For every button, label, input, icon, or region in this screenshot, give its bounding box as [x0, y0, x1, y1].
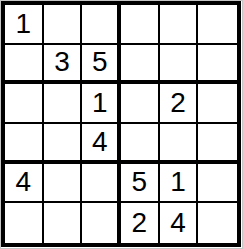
given-digit: 1 [16, 10, 32, 38]
given-digit: 2 [132, 209, 148, 237]
cell-r6c5[interactable]: 4 [160, 203, 199, 243]
cell-r4c5[interactable] [160, 124, 199, 164]
given-digit: 5 [92, 48, 108, 76]
cell-r4c4[interactable] [121, 124, 160, 164]
cell-r2c5[interactable] [160, 45, 199, 85]
cell-r1c1[interactable]: 1 [5, 5, 44, 45]
given-digit: 5 [132, 168, 148, 196]
cell-r1c2[interactable] [44, 5, 83, 45]
cell-r6c6[interactable] [198, 203, 237, 243]
sudoku-page: 13512445124 [0, 0, 243, 249]
given-digit: 4 [16, 168, 32, 196]
cell-r2c4[interactable] [121, 45, 160, 85]
cell-r5c4[interactable]: 5 [121, 164, 160, 204]
cell-r4c1[interactable] [5, 124, 44, 164]
cell-r6c2[interactable] [44, 203, 83, 243]
given-digit: 1 [92, 89, 108, 117]
cell-r5c1[interactable]: 4 [5, 164, 44, 204]
cell-r4c6[interactable] [198, 124, 237, 164]
cell-r6c4[interactable]: 2 [121, 203, 160, 243]
cell-r1c6[interactable] [198, 5, 237, 45]
cell-r4c2[interactable] [44, 124, 83, 164]
cell-r3c1[interactable] [5, 84, 44, 124]
cell-r6c1[interactable] [5, 203, 44, 243]
cell-r5c3[interactable] [82, 164, 121, 204]
cell-r1c3[interactable] [82, 5, 121, 45]
cell-r6c3[interactable] [82, 203, 121, 243]
cell-r5c2[interactable] [44, 164, 83, 204]
cell-r2c2[interactable]: 3 [44, 45, 83, 85]
cell-r2c1[interactable] [5, 45, 44, 85]
given-digit: 2 [170, 89, 186, 117]
given-digit: 3 [54, 48, 70, 76]
cell-r5c6[interactable] [198, 164, 237, 204]
cell-r3c3[interactable]: 1 [82, 84, 121, 124]
cell-r1c4[interactable] [121, 5, 160, 45]
cell-r2c3[interactable]: 5 [82, 45, 121, 85]
cell-r1c5[interactable] [160, 5, 199, 45]
given-digit: 1 [170, 168, 186, 196]
given-digit: 4 [170, 209, 186, 237]
cell-r4c3[interactable]: 4 [82, 124, 121, 164]
cell-r3c5[interactable]: 2 [160, 84, 199, 124]
cell-r3c2[interactable] [44, 84, 83, 124]
cell-r3c4[interactable] [121, 84, 160, 124]
given-digit: 4 [92, 128, 108, 156]
cell-r3c6[interactable] [198, 84, 237, 124]
sudoku-board: 13512445124 [1, 1, 241, 247]
cell-r5c5[interactable]: 1 [160, 164, 199, 204]
cell-r2c6[interactable] [198, 45, 237, 85]
